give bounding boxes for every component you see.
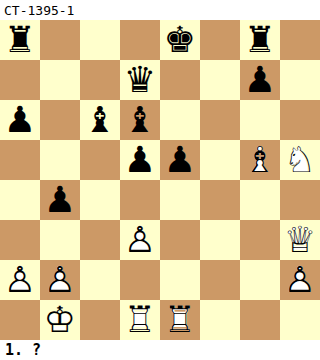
square-c4[interactable] bbox=[80, 180, 120, 220]
square-a8[interactable]: ♜ bbox=[0, 20, 40, 60]
square-f7[interactable] bbox=[200, 60, 240, 100]
square-b1[interactable]: ♚♔ bbox=[40, 300, 80, 340]
black-pawn-b4[interactable]: ♟ bbox=[40, 180, 80, 220]
chess-board[interactable]: ♜♚♜♛♟♟♝♝♟♟♝♗♞♘♟♟♙♛♕♟♙♟♙♟♙♚♔♜♖♜♖ bbox=[0, 20, 320, 340]
white-rook-e1[interactable]: ♜♖ bbox=[160, 300, 200, 340]
puzzle-id: CT-1395-1 bbox=[4, 3, 74, 18]
square-h3[interactable]: ♛♕ bbox=[280, 220, 320, 260]
piece-outline-layer: ♗ bbox=[240, 140, 280, 180]
square-h1[interactable] bbox=[280, 300, 320, 340]
piece-outline-layer: ♖ bbox=[120, 300, 160, 340]
square-g3[interactable] bbox=[240, 220, 280, 260]
piece-outline-layer: ♔ bbox=[40, 300, 80, 340]
square-g7[interactable]: ♟ bbox=[240, 60, 280, 100]
square-h5[interactable]: ♞♘ bbox=[280, 140, 320, 180]
square-e2[interactable] bbox=[160, 260, 200, 300]
piece-glyph: ♟ bbox=[0, 100, 40, 140]
piece-glyph: ♛ bbox=[120, 60, 160, 100]
square-e4[interactable] bbox=[160, 180, 200, 220]
square-a1[interactable] bbox=[0, 300, 40, 340]
piece-outline-layer: ♘ bbox=[280, 140, 320, 180]
square-d6[interactable]: ♝ bbox=[120, 100, 160, 140]
square-g8[interactable]: ♜ bbox=[240, 20, 280, 60]
square-e7[interactable] bbox=[160, 60, 200, 100]
square-g4[interactable] bbox=[240, 180, 280, 220]
chess-puzzle-screen: CT-1395-1 ♜♚♜♛♟♟♝♝♟♟♝♗♞♘♟♟♙♛♕♟♙♟♙♟♙♚♔♜♖♜… bbox=[0, 0, 320, 360]
square-g6[interactable] bbox=[240, 100, 280, 140]
square-h2[interactable]: ♟♙ bbox=[280, 260, 320, 300]
piece-glyph: ♟ bbox=[240, 60, 280, 100]
white-pawn-h2[interactable]: ♟♙ bbox=[280, 260, 320, 300]
square-c1[interactable] bbox=[80, 300, 120, 340]
black-pawn-d5[interactable]: ♟ bbox=[120, 140, 160, 180]
square-b2[interactable]: ♟♙ bbox=[40, 260, 80, 300]
move-prompt-bar: 1. ? bbox=[0, 340, 320, 360]
square-d1[interactable]: ♜♖ bbox=[120, 300, 160, 340]
piece-outline-layer: ♖ bbox=[160, 300, 200, 340]
black-pawn-g7[interactable]: ♟ bbox=[240, 60, 280, 100]
square-g2[interactable] bbox=[240, 260, 280, 300]
move-prompt: 1. ? bbox=[5, 341, 41, 359]
piece-glyph: ♜ bbox=[0, 20, 40, 60]
white-queen-h3[interactable]: ♛♕ bbox=[280, 220, 320, 260]
square-e1[interactable]: ♜♖ bbox=[160, 300, 200, 340]
square-b5[interactable] bbox=[40, 140, 80, 180]
piece-glyph: ♝ bbox=[80, 100, 120, 140]
square-d8[interactable] bbox=[120, 20, 160, 60]
black-pawn-a6[interactable]: ♟ bbox=[0, 100, 40, 140]
square-a5[interactable] bbox=[0, 140, 40, 180]
square-f3[interactable] bbox=[200, 220, 240, 260]
square-f5[interactable] bbox=[200, 140, 240, 180]
square-c8[interactable] bbox=[80, 20, 120, 60]
piece-outline-layer: ♕ bbox=[280, 220, 320, 260]
piece-outline-layer: ♙ bbox=[0, 260, 40, 300]
square-f2[interactable] bbox=[200, 260, 240, 300]
piece-outline-layer: ♙ bbox=[40, 260, 80, 300]
black-bishop-d6[interactable]: ♝ bbox=[120, 100, 160, 140]
square-d3[interactable]: ♟♙ bbox=[120, 220, 160, 260]
black-bishop-c6[interactable]: ♝ bbox=[80, 100, 120, 140]
black-king-e8[interactable]: ♚ bbox=[160, 20, 200, 60]
square-b7[interactable] bbox=[40, 60, 80, 100]
square-b8[interactable] bbox=[40, 20, 80, 60]
square-c6[interactable]: ♝ bbox=[80, 100, 120, 140]
white-pawn-a2[interactable]: ♟♙ bbox=[0, 260, 40, 300]
square-e5[interactable]: ♟ bbox=[160, 140, 200, 180]
square-g1[interactable] bbox=[240, 300, 280, 340]
square-b4[interactable]: ♟ bbox=[40, 180, 80, 220]
square-f8[interactable] bbox=[200, 20, 240, 60]
piece-glyph: ♚ bbox=[160, 20, 200, 60]
square-d4[interactable] bbox=[120, 180, 160, 220]
square-e8[interactable]: ♚ bbox=[160, 20, 200, 60]
piece-glyph: ♟ bbox=[40, 180, 80, 220]
white-pawn-d3[interactable]: ♟♙ bbox=[120, 220, 160, 260]
square-f6[interactable] bbox=[200, 100, 240, 140]
piece-glyph: ♟ bbox=[160, 140, 200, 180]
square-d5[interactable]: ♟ bbox=[120, 140, 160, 180]
square-h4[interactable] bbox=[280, 180, 320, 220]
puzzle-title-bar: CT-1395-1 bbox=[0, 0, 320, 20]
white-pawn-b2[interactable]: ♟♙ bbox=[40, 260, 80, 300]
white-bishop-g5[interactable]: ♝♗ bbox=[240, 140, 280, 180]
square-b3[interactable] bbox=[40, 220, 80, 260]
black-rook-g8[interactable]: ♜ bbox=[240, 20, 280, 60]
square-b6[interactable] bbox=[40, 100, 80, 140]
white-king-b1[interactable]: ♚♔ bbox=[40, 300, 80, 340]
square-d7[interactable]: ♛ bbox=[120, 60, 160, 100]
piece-glyph: ♝ bbox=[120, 100, 160, 140]
square-f1[interactable] bbox=[200, 300, 240, 340]
piece-glyph: ♜ bbox=[240, 20, 280, 60]
square-h6[interactable] bbox=[280, 100, 320, 140]
square-f4[interactable] bbox=[200, 180, 240, 220]
square-d2[interactable] bbox=[120, 260, 160, 300]
white-knight-h5[interactable]: ♞♘ bbox=[280, 140, 320, 180]
square-e6[interactable] bbox=[160, 100, 200, 140]
square-g5[interactable]: ♝♗ bbox=[240, 140, 280, 180]
piece-outline-layer: ♙ bbox=[280, 260, 320, 300]
square-a4[interactable] bbox=[0, 180, 40, 220]
black-pawn-e5[interactable]: ♟ bbox=[160, 140, 200, 180]
white-rook-d1[interactable]: ♜♖ bbox=[120, 300, 160, 340]
square-c3[interactable] bbox=[80, 220, 120, 260]
square-e3[interactable] bbox=[160, 220, 200, 260]
square-c7[interactable] bbox=[80, 60, 120, 100]
square-h7[interactable] bbox=[280, 60, 320, 100]
black-queen-d7[interactable]: ♛ bbox=[120, 60, 160, 100]
square-a2[interactable]: ♟♙ bbox=[0, 260, 40, 300]
black-rook-a8[interactable]: ♜ bbox=[0, 20, 40, 60]
square-a7[interactable] bbox=[0, 60, 40, 100]
square-a3[interactable] bbox=[0, 220, 40, 260]
square-a6[interactable]: ♟ bbox=[0, 100, 40, 140]
piece-glyph: ♟ bbox=[120, 140, 160, 180]
square-c2[interactable] bbox=[80, 260, 120, 300]
square-c5[interactable] bbox=[80, 140, 120, 180]
square-h8[interactable] bbox=[280, 20, 320, 60]
piece-outline-layer: ♙ bbox=[120, 220, 160, 260]
